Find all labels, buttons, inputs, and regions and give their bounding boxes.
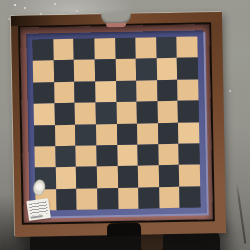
square-r3c3[interactable] <box>74 81 95 103</box>
square-r8c2[interactable] <box>56 188 77 210</box>
square-r5c8[interactable] <box>178 122 199 144</box>
square-r6c5[interactable] <box>117 145 138 167</box>
game-table-frame <box>11 12 226 237</box>
square-r8c3[interactable] <box>76 188 97 210</box>
square-r3c6[interactable] <box>136 80 157 102</box>
square-r8c4[interactable] <box>97 188 118 210</box>
square-r7c8[interactable] <box>179 165 200 187</box>
bottom-lift-notch <box>107 223 141 237</box>
square-r4c8[interactable] <box>178 101 199 123</box>
square-r6c1[interactable] <box>34 146 55 168</box>
square-r6c6[interactable] <box>138 144 159 166</box>
square-r4c3[interactable] <box>75 103 96 125</box>
square-r8c6[interactable] <box>138 187 159 209</box>
square-r6c7[interactable] <box>158 144 179 166</box>
square-r5c7[interactable] <box>158 122 179 144</box>
square-r5c2[interactable] <box>55 124 76 146</box>
square-r1c4[interactable] <box>94 38 115 60</box>
board-grid <box>32 36 200 210</box>
square-r8c7[interactable] <box>159 186 180 208</box>
square-r3c7[interactable] <box>157 80 178 102</box>
square-r2c3[interactable] <box>74 60 95 82</box>
square-r6c4[interactable] <box>96 145 117 167</box>
square-r1c2[interactable] <box>53 39 74 61</box>
concrete-floor <box>0 0 250 250</box>
square-r4c6[interactable] <box>137 101 158 123</box>
square-r7c6[interactable] <box>138 165 159 187</box>
square-r4c4[interactable] <box>95 102 116 124</box>
square-r3c8[interactable] <box>178 79 199 101</box>
square-r2c2[interactable] <box>53 60 74 82</box>
table-leg <box>141 233 163 250</box>
square-r4c7[interactable] <box>157 101 178 123</box>
square-r2c7[interactable] <box>156 58 177 80</box>
square-r4c2[interactable] <box>54 103 75 125</box>
square-r4c5[interactable] <box>116 102 137 124</box>
square-r1c3[interactable] <box>74 38 95 60</box>
square-r7c5[interactable] <box>117 166 138 188</box>
square-r2c5[interactable] <box>115 59 136 81</box>
price-sticker <box>26 198 51 221</box>
square-r5c4[interactable] <box>96 124 117 146</box>
square-r5c5[interactable] <box>116 123 137 145</box>
game-board <box>20 24 213 223</box>
floor-crack <box>236 182 247 244</box>
square-r1c8[interactable] <box>177 36 198 58</box>
square-r7c2[interactable] <box>55 167 76 189</box>
square-r7c3[interactable] <box>76 167 97 189</box>
board-inner-border <box>26 30 206 216</box>
board-edge-through-notch <box>106 23 126 27</box>
square-r7c7[interactable] <box>159 165 180 187</box>
square-r5c1[interactable] <box>34 125 55 147</box>
square-r3c4[interactable] <box>95 81 116 103</box>
square-r1c5[interactable] <box>115 38 136 60</box>
floor-speckles <box>14 4 16 6</box>
square-r1c6[interactable] <box>135 37 156 59</box>
square-r1c7[interactable] <box>156 37 177 59</box>
square-r3c5[interactable] <box>116 80 137 102</box>
square-r6c3[interactable] <box>76 145 97 167</box>
square-r2c4[interactable] <box>95 59 116 81</box>
square-r6c8[interactable] <box>179 143 200 165</box>
square-r6c2[interactable] <box>55 146 76 168</box>
square-r7c4[interactable] <box>97 166 118 188</box>
square-r5c6[interactable] <box>137 123 158 145</box>
square-r2c8[interactable] <box>177 58 198 80</box>
square-r4c1[interactable] <box>34 103 55 125</box>
square-r8c5[interactable] <box>118 187 139 209</box>
square-r2c6[interactable] <box>136 59 157 81</box>
square-r3c2[interactable] <box>54 82 75 104</box>
square-r8c8[interactable] <box>180 186 201 208</box>
square-r2c1[interactable] <box>33 61 54 83</box>
square-r5c3[interactable] <box>75 124 96 146</box>
square-r1c1[interactable] <box>32 39 53 61</box>
square-r3c1[interactable] <box>33 82 54 104</box>
